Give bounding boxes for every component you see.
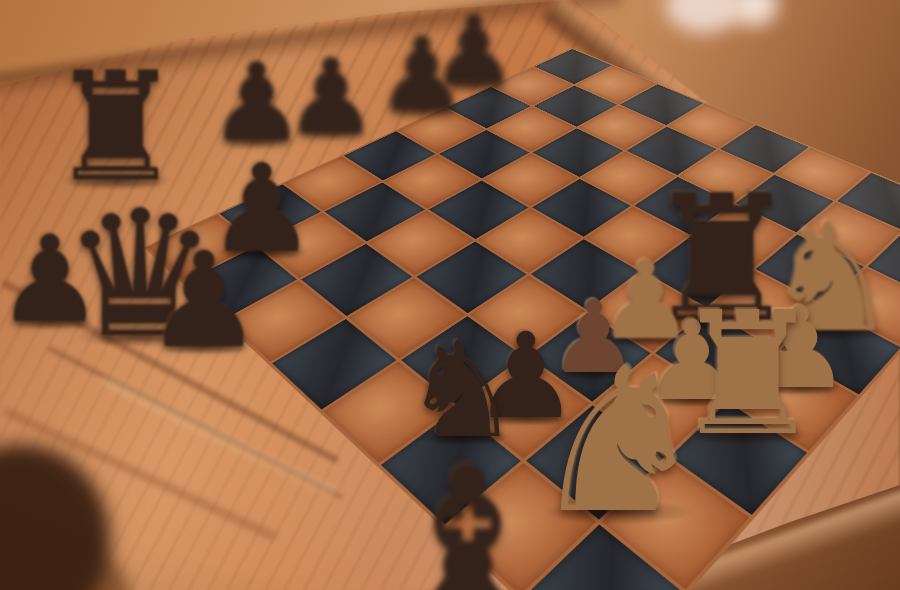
background-beads [730,0,778,26]
black-bishop[interactable]: ♝ [374,440,562,590]
rustic-chess-photo: ♟♜♛♟♟♟♟♟♟♞♟♜♝♞♟♟♜♟♟♞ [0,0,900,590]
black-pawn[interactable]: ♟ [145,234,263,366]
black-pawn[interactable]: ♟ [376,24,467,126]
